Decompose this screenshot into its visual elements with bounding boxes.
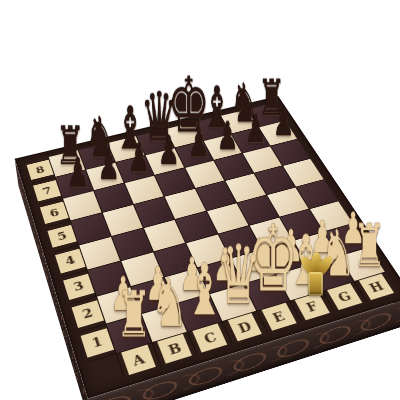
square-a5[interactable] xyxy=(71,213,111,244)
chess-board: 8♜♞♝♛♚♝♞♜7♟♟♟♟♟♟♟♟65432♟♟♟♟♟♟♟♟1♜♞♝♛♚♝♞♜… xyxy=(15,96,400,399)
clasp-hasp xyxy=(308,272,323,296)
brass-clasp[interactable] xyxy=(295,252,337,304)
white-rook[interactable]: ♜ xyxy=(96,283,172,347)
black-pawn[interactable]: ♟ xyxy=(45,153,110,194)
chess-set-photo: 8♜♞♝♛♚♝♞♜7♟♟♟♟♟♟♟♟65432♟♟♟♟♟♟♟♟1♜♞♝♛♚♝♞♜… xyxy=(0,0,400,400)
scene: 8♜♞♝♛♚♝♞♜7♟♟♟♟♟♟♟♟65432♟♟♟♟♟♟♟♟1♜♞♝♛♚♝♞♜… xyxy=(0,0,400,400)
square-h4[interactable] xyxy=(296,180,338,209)
